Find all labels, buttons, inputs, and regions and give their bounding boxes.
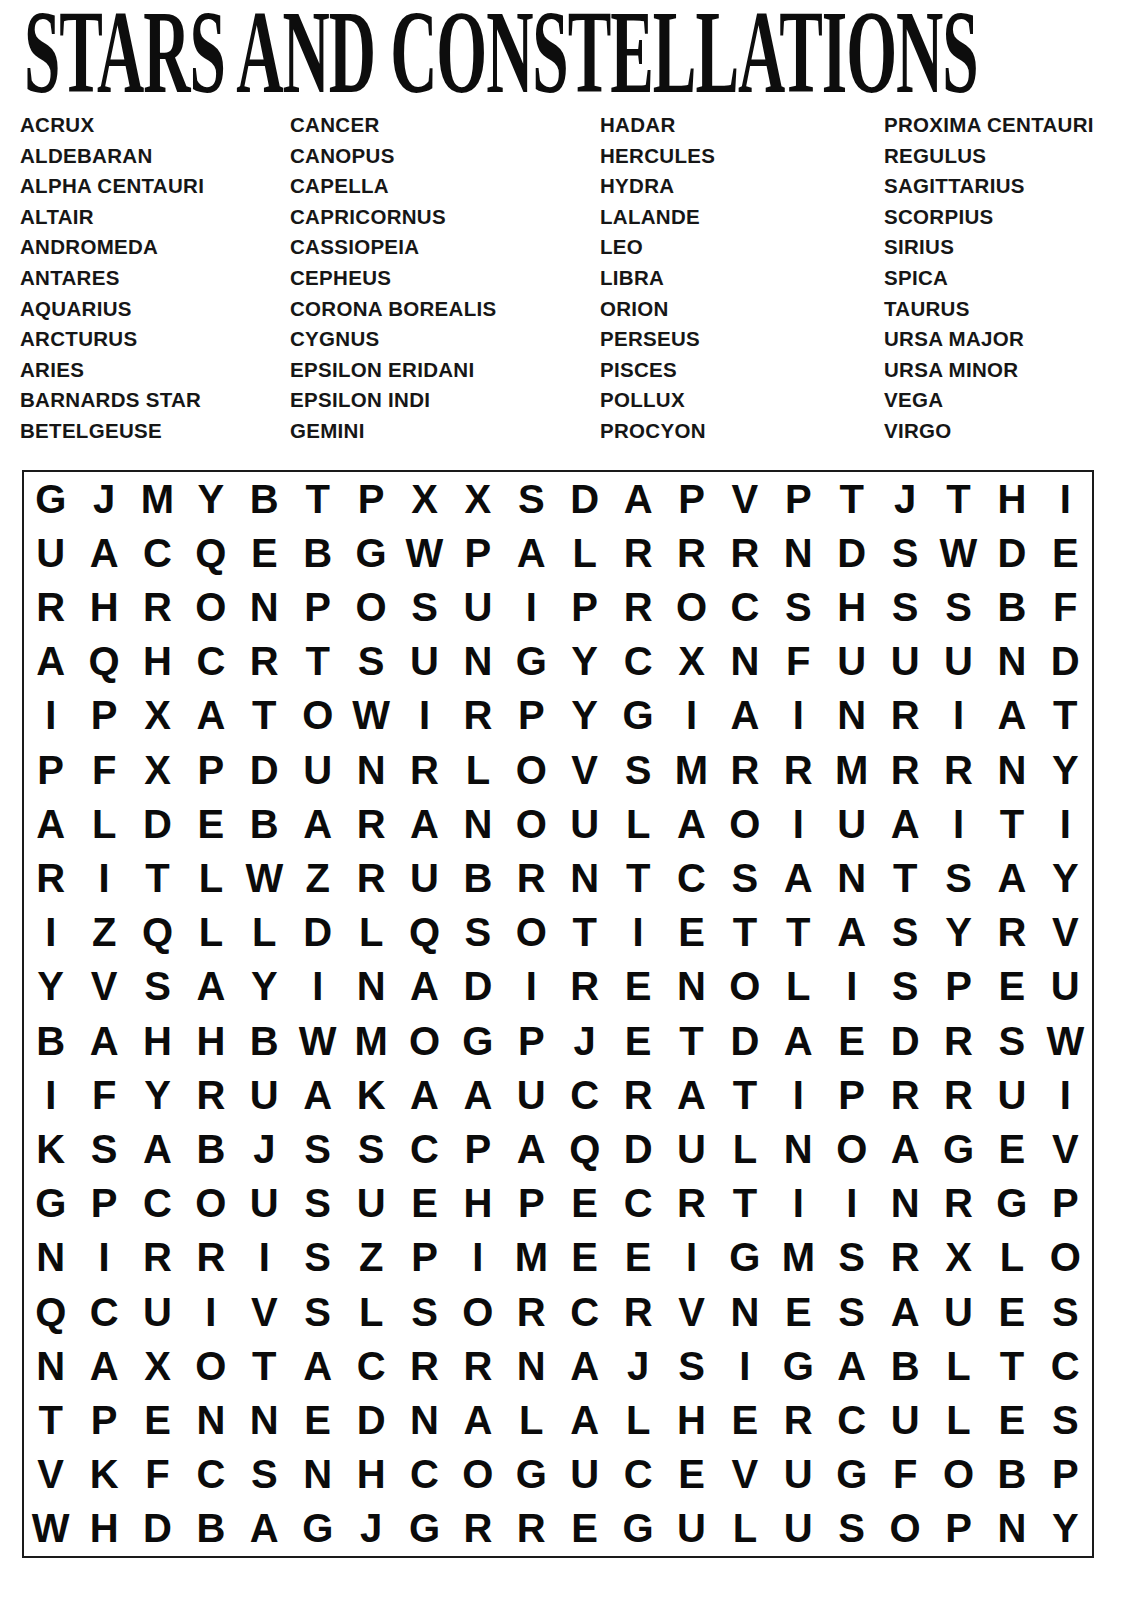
grid-cell[interactable]: N <box>344 743 397 797</box>
grid-cell[interactable]: G <box>718 1231 771 1285</box>
grid-cell[interactable]: V <box>665 1285 718 1339</box>
grid-cell[interactable]: S <box>398 1285 451 1339</box>
grid-cell[interactable]: O <box>451 1448 504 1502</box>
grid-cell[interactable]: G <box>611 1502 664 1556</box>
grid-cell[interactable]: I <box>611 906 664 960</box>
grid-cell[interactable]: U <box>558 797 611 851</box>
grid-cell[interactable]: P <box>77 689 130 743</box>
grid-cell[interactable]: N <box>184 1393 237 1447</box>
grid-cell[interactable]: E <box>558 1231 611 1285</box>
grid-cell[interactable]: T <box>718 1177 771 1231</box>
grid-cell[interactable]: R <box>131 1231 184 1285</box>
grid-cell[interactable]: O <box>398 1014 451 1068</box>
grid-cell[interactable]: S <box>932 851 985 905</box>
grid-cell[interactable]: F <box>878 1448 931 1502</box>
grid-cell[interactable]: U <box>291 743 344 797</box>
grid-cell[interactable]: I <box>1039 797 1092 851</box>
grid-cell[interactable]: X <box>131 743 184 797</box>
grid-cell[interactable]: E <box>1039 526 1092 580</box>
grid-cell[interactable]: R <box>505 851 558 905</box>
grid-cell[interactable]: P <box>451 1122 504 1176</box>
grid-cell[interactable]: C <box>718 580 771 634</box>
grid-cell[interactable]: G <box>24 1177 77 1231</box>
grid-cell[interactable]: U <box>878 1393 931 1447</box>
grid-cell[interactable]: U <box>772 1502 825 1556</box>
grid-cell[interactable]: A <box>291 1068 344 1122</box>
grid-cell[interactable]: T <box>238 1339 291 1393</box>
grid-cell[interactable]: D <box>451 960 504 1014</box>
grid-cell[interactable]: N <box>558 851 611 905</box>
grid-cell[interactable]: A <box>878 797 931 851</box>
grid-cell[interactable]: E <box>985 1285 1038 1339</box>
grid-cell[interactable]: A <box>398 797 451 851</box>
grid-cell[interactable]: R <box>398 1339 451 1393</box>
grid-cell[interactable]: M <box>131 472 184 526</box>
grid-cell[interactable]: F <box>772 635 825 689</box>
grid-cell[interactable]: C <box>558 1068 611 1122</box>
grid-cell[interactable]: Z <box>291 851 344 905</box>
grid-cell[interactable]: Y <box>1039 851 1092 905</box>
grid-cell[interactable]: R <box>985 906 1038 960</box>
grid-cell[interactable]: B <box>878 1339 931 1393</box>
grid-cell[interactable]: J <box>611 1339 664 1393</box>
grid-cell[interactable]: V <box>24 1448 77 1502</box>
grid-cell[interactable]: N <box>24 1231 77 1285</box>
grid-cell[interactable]: A <box>184 689 237 743</box>
grid-cell[interactable]: J <box>344 1502 397 1556</box>
grid-cell[interactable]: I <box>238 1231 291 1285</box>
grid-cell[interactable]: I <box>77 1231 130 1285</box>
grid-cell[interactable]: P <box>344 472 397 526</box>
grid-cell[interactable]: B <box>238 797 291 851</box>
grid-cell[interactable]: B <box>451 851 504 905</box>
grid-cell[interactable]: R <box>932 1014 985 1068</box>
grid-cell[interactable]: S <box>878 526 931 580</box>
grid-cell[interactable]: S <box>77 1122 130 1176</box>
grid-cell[interactable]: Q <box>77 635 130 689</box>
grid-cell[interactable]: S <box>238 1448 291 1502</box>
grid-cell[interactable]: V <box>718 472 771 526</box>
grid-cell[interactable]: I <box>665 689 718 743</box>
grid-cell[interactable]: G <box>825 1448 878 1502</box>
grid-cell[interactable]: D <box>878 1014 931 1068</box>
grid-cell[interactable]: K <box>24 1122 77 1176</box>
grid-cell[interactable]: V <box>718 1448 771 1502</box>
grid-cell[interactable]: H <box>825 580 878 634</box>
grid-cell[interactable]: P <box>825 1068 878 1122</box>
grid-cell[interactable]: O <box>932 1448 985 1502</box>
grid-cell[interactable]: M <box>505 1231 558 1285</box>
grid-cell[interactable]: A <box>825 906 878 960</box>
grid-cell[interactable]: V <box>1039 906 1092 960</box>
grid-cell[interactable]: G <box>772 1339 825 1393</box>
grid-cell[interactable]: R <box>878 1068 931 1122</box>
grid-cell[interactable]: D <box>291 906 344 960</box>
grid-cell[interactable]: N <box>985 635 1038 689</box>
grid-cell[interactable]: S <box>772 580 825 634</box>
grid-cell[interactable]: Y <box>24 960 77 1014</box>
grid-cell[interactable]: P <box>932 1502 985 1556</box>
grid-cell[interactable]: N <box>985 743 1038 797</box>
grid-cell[interactable]: S <box>665 1339 718 1393</box>
grid-cell[interactable]: B <box>985 1448 1038 1502</box>
grid-cell[interactable]: M <box>772 1231 825 1285</box>
grid-cell[interactable]: S <box>344 635 397 689</box>
grid-cell[interactable]: P <box>505 1014 558 1068</box>
grid-cell[interactable]: L <box>558 526 611 580</box>
grid-cell[interactable]: R <box>772 1393 825 1447</box>
grid-cell[interactable]: B <box>985 580 1038 634</box>
grid-cell[interactable]: D <box>131 797 184 851</box>
grid-cell[interactable]: U <box>665 1122 718 1176</box>
grid-cell[interactable]: S <box>131 960 184 1014</box>
grid-cell[interactable]: R <box>611 580 664 634</box>
grid-cell[interactable]: L <box>611 797 664 851</box>
grid-cell[interactable]: A <box>825 1339 878 1393</box>
grid-cell[interactable]: A <box>558 1393 611 1447</box>
grid-cell[interactable]: O <box>1039 1231 1092 1285</box>
grid-cell[interactable]: C <box>825 1393 878 1447</box>
grid-cell[interactable]: P <box>184 743 237 797</box>
grid-cell[interactable]: T <box>665 1014 718 1068</box>
grid-cell[interactable]: Q <box>398 906 451 960</box>
grid-cell[interactable]: I <box>77 851 130 905</box>
grid-cell[interactable]: E <box>611 960 664 1014</box>
grid-cell[interactable]: C <box>398 1122 451 1176</box>
grid-cell[interactable]: R <box>558 960 611 1014</box>
grid-cell[interactable]: R <box>611 526 664 580</box>
grid-cell[interactable]: H <box>985 472 1038 526</box>
grid-cell[interactable]: P <box>451 526 504 580</box>
grid-cell[interactable]: B <box>24 1014 77 1068</box>
grid-cell[interactable]: R <box>451 689 504 743</box>
grid-cell[interactable]: J <box>558 1014 611 1068</box>
grid-cell[interactable]: T <box>291 635 344 689</box>
grid-cell[interactable]: S <box>1039 1393 1092 1447</box>
grid-cell[interactable]: N <box>772 1122 825 1176</box>
grid-cell[interactable]: I <box>665 1231 718 1285</box>
grid-cell[interactable]: E <box>558 1502 611 1556</box>
grid-cell[interactable]: G <box>24 472 77 526</box>
grid-cell[interactable]: I <box>1039 472 1092 526</box>
grid-cell[interactable]: U <box>505 1068 558 1122</box>
grid-cell[interactable]: R <box>131 580 184 634</box>
grid-cell[interactable]: A <box>451 1393 504 1447</box>
grid-cell[interactable]: C <box>611 635 664 689</box>
grid-cell[interactable]: L <box>772 960 825 1014</box>
grid-cell[interactable]: N <box>665 960 718 1014</box>
grid-cell[interactable]: R <box>451 1502 504 1556</box>
grid-cell[interactable]: A <box>985 689 1038 743</box>
grid-cell[interactable]: N <box>825 689 878 743</box>
grid-cell[interactable]: D <box>985 526 1038 580</box>
grid-cell[interactable]: W <box>24 1502 77 1556</box>
grid-cell[interactable]: W <box>238 851 291 905</box>
grid-cell[interactable]: I <box>451 1231 504 1285</box>
grid-cell[interactable]: A <box>184 960 237 1014</box>
grid-cell[interactable]: Y <box>184 472 237 526</box>
grid-cell[interactable]: F <box>131 1448 184 1502</box>
grid-cell[interactable]: R <box>718 743 771 797</box>
grid-cell[interactable]: S <box>291 1285 344 1339</box>
grid-cell[interactable]: X <box>398 472 451 526</box>
grid-cell[interactable]: R <box>611 1068 664 1122</box>
grid-cell[interactable]: O <box>291 689 344 743</box>
grid-cell[interactable]: P <box>932 960 985 1014</box>
grid-cell[interactable]: V <box>558 743 611 797</box>
grid-cell[interactable]: N <box>24 1339 77 1393</box>
grid-cell[interactable]: S <box>878 580 931 634</box>
grid-cell[interactable]: E <box>718 1393 771 1447</box>
grid-cell[interactable]: F <box>77 743 130 797</box>
grid-cell[interactable]: A <box>772 851 825 905</box>
grid-cell[interactable]: F <box>1039 580 1092 634</box>
grid-cell[interactable]: K <box>77 1448 130 1502</box>
grid-cell[interactable]: I <box>932 797 985 851</box>
grid-cell[interactable]: O <box>505 906 558 960</box>
grid-cell[interactable]: E <box>665 906 718 960</box>
grid-cell[interactable]: L <box>238 906 291 960</box>
grid-cell[interactable]: N <box>451 635 504 689</box>
grid-cell[interactable]: S <box>825 1502 878 1556</box>
grid-cell[interactable]: I <box>24 689 77 743</box>
grid-cell[interactable]: Q <box>184 526 237 580</box>
grid-cell[interactable]: N <box>878 1177 931 1231</box>
grid-cell[interactable]: B <box>238 472 291 526</box>
grid-cell[interactable]: S <box>718 851 771 905</box>
grid-cell[interactable]: I <box>24 1068 77 1122</box>
grid-cell[interactable]: Y <box>1039 743 1092 797</box>
grid-cell[interactable]: R <box>932 1177 985 1231</box>
grid-cell[interactable]: O <box>184 580 237 634</box>
grid-cell[interactable]: G <box>344 526 397 580</box>
grid-cell[interactable]: D <box>718 1014 771 1068</box>
grid-cell[interactable]: Q <box>131 906 184 960</box>
grid-cell[interactable]: E <box>985 960 1038 1014</box>
grid-cell[interactable]: U <box>238 1177 291 1231</box>
grid-cell[interactable]: S <box>451 906 504 960</box>
grid-cell[interactable]: S <box>985 1014 1038 1068</box>
grid-cell[interactable]: R <box>184 1068 237 1122</box>
grid-cell[interactable]: A <box>505 1122 558 1176</box>
grid-cell[interactable]: C <box>398 1448 451 1502</box>
grid-cell[interactable]: U <box>665 1502 718 1556</box>
grid-cell[interactable]: A <box>77 1014 130 1068</box>
grid-cell[interactable]: G <box>505 635 558 689</box>
grid-cell[interactable]: N <box>291 1448 344 1502</box>
grid-cell[interactable]: H <box>131 1014 184 1068</box>
grid-cell[interactable]: T <box>985 1339 1038 1393</box>
grid-cell[interactable]: K <box>344 1068 397 1122</box>
grid-cell[interactable]: F <box>77 1068 130 1122</box>
grid-cell[interactable]: U <box>825 797 878 851</box>
grid-cell[interactable]: U <box>24 526 77 580</box>
grid-cell[interactable]: T <box>985 797 1038 851</box>
grid-cell[interactable]: W <box>398 526 451 580</box>
grid-cell[interactable]: M <box>344 1014 397 1068</box>
grid-cell[interactable]: U <box>344 1177 397 1231</box>
grid-cell[interactable]: P <box>398 1231 451 1285</box>
grid-cell[interactable]: T <box>878 851 931 905</box>
grid-cell[interactable]: R <box>24 851 77 905</box>
grid-cell[interactable]: O <box>665 580 718 634</box>
grid-cell[interactable]: S <box>932 580 985 634</box>
grid-cell[interactable]: R <box>238 635 291 689</box>
grid-cell[interactable]: A <box>291 797 344 851</box>
grid-cell[interactable]: T <box>718 1068 771 1122</box>
grid-cell[interactable]: I <box>1039 1068 1092 1122</box>
grid-cell[interactable]: E <box>611 1014 664 1068</box>
grid-cell[interactable]: Q <box>24 1285 77 1339</box>
grid-cell[interactable]: L <box>985 1231 1038 1285</box>
grid-cell[interactable]: R <box>344 851 397 905</box>
grid-cell[interactable]: T <box>558 906 611 960</box>
grid-cell[interactable]: U <box>985 1068 1038 1122</box>
grid-cell[interactable]: L <box>344 1285 397 1339</box>
grid-cell[interactable]: W <box>932 526 985 580</box>
grid-cell[interactable]: N <box>344 960 397 1014</box>
grid-cell[interactable]: Z <box>77 906 130 960</box>
grid-cell[interactable]: C <box>344 1339 397 1393</box>
grid-cell[interactable]: S <box>505 472 558 526</box>
grid-cell[interactable]: C <box>77 1285 130 1339</box>
grid-cell[interactable]: V <box>77 960 130 1014</box>
grid-cell[interactable]: I <box>505 960 558 1014</box>
grid-cell[interactable]: I <box>825 960 878 1014</box>
grid-cell[interactable]: R <box>878 689 931 743</box>
grid-cell[interactable]: T <box>131 851 184 905</box>
grid-cell[interactable]: D <box>611 1122 664 1176</box>
grid-cell[interactable]: U <box>932 1285 985 1339</box>
grid-cell[interactable]: A <box>878 1122 931 1176</box>
grid-cell[interactable]: O <box>344 580 397 634</box>
grid-cell[interactable]: P <box>77 1177 130 1231</box>
grid-cell[interactable]: R <box>184 1231 237 1285</box>
grid-cell[interactable]: H <box>344 1448 397 1502</box>
grid-cell[interactable]: H <box>665 1393 718 1447</box>
grid-cell[interactable]: C <box>665 851 718 905</box>
grid-cell[interactable]: T <box>932 472 985 526</box>
grid-cell[interactable]: A <box>772 1014 825 1068</box>
grid-cell[interactable]: H <box>451 1177 504 1231</box>
grid-cell[interactable]: I <box>184 1285 237 1339</box>
grid-cell[interactable]: S <box>825 1231 878 1285</box>
grid-cell[interactable]: X <box>665 635 718 689</box>
grid-cell[interactable]: H <box>131 635 184 689</box>
grid-cell[interactable]: R <box>772 743 825 797</box>
grid-cell[interactable]: X <box>932 1231 985 1285</box>
grid-cell[interactable]: L <box>184 851 237 905</box>
grid-cell[interactable]: S <box>291 1177 344 1231</box>
grid-cell[interactable]: P <box>1039 1448 1092 1502</box>
grid-cell[interactable]: O <box>505 743 558 797</box>
grid-cell[interactable]: X <box>131 689 184 743</box>
grid-cell[interactable]: R <box>451 1339 504 1393</box>
grid-cell[interactable]: P <box>505 1177 558 1231</box>
grid-cell[interactable]: Y <box>558 635 611 689</box>
grid-cell[interactable]: S <box>878 906 931 960</box>
grid-cell[interactable]: E <box>825 1014 878 1068</box>
grid-cell[interactable]: I <box>398 689 451 743</box>
grid-cell[interactable]: G <box>505 1448 558 1502</box>
grid-cell[interactable]: R <box>878 1231 931 1285</box>
grid-cell[interactable]: L <box>932 1393 985 1447</box>
grid-cell[interactable]: B <box>238 1014 291 1068</box>
grid-cell[interactable]: L <box>932 1339 985 1393</box>
grid-cell[interactable]: B <box>291 526 344 580</box>
grid-cell[interactable]: A <box>451 1068 504 1122</box>
grid-cell[interactable]: T <box>825 472 878 526</box>
grid-cell[interactable]: R <box>718 526 771 580</box>
grid-cell[interactable]: W <box>1039 1014 1092 1068</box>
grid-cell[interactable]: Y <box>238 960 291 1014</box>
grid-cell[interactable]: T <box>1039 689 1092 743</box>
grid-cell[interactable]: C <box>558 1285 611 1339</box>
grid-cell[interactable]: A <box>398 960 451 1014</box>
grid-cell[interactable]: R <box>878 743 931 797</box>
grid-cell[interactable]: T <box>772 906 825 960</box>
grid-cell[interactable]: A <box>505 526 558 580</box>
grid-cell[interactable]: R <box>505 1285 558 1339</box>
grid-cell[interactable]: T <box>24 1393 77 1447</box>
grid-cell[interactable]: S <box>611 743 664 797</box>
grid-cell[interactable]: U <box>558 1448 611 1502</box>
grid-cell[interactable]: N <box>825 851 878 905</box>
grid-cell[interactable]: L <box>718 1502 771 1556</box>
grid-cell[interactable]: E <box>985 1122 1038 1176</box>
grid-cell[interactable]: A <box>77 1339 130 1393</box>
grid-cell[interactable]: A <box>24 635 77 689</box>
grid-cell[interactable]: Y <box>1039 1502 1092 1556</box>
grid-cell[interactable]: G <box>451 1014 504 1068</box>
grid-cell[interactable]: X <box>451 472 504 526</box>
grid-cell[interactable]: T <box>718 906 771 960</box>
grid-cell[interactable]: L <box>611 1393 664 1447</box>
grid-cell[interactable]: C <box>611 1177 664 1231</box>
grid-cell[interactable]: A <box>665 1068 718 1122</box>
grid-cell[interactable]: C <box>611 1448 664 1502</box>
grid-cell[interactable]: B <box>184 1122 237 1176</box>
grid-cell[interactable]: R <box>24 580 77 634</box>
grid-cell[interactable]: A <box>558 1339 611 1393</box>
grid-cell[interactable]: G <box>398 1502 451 1556</box>
grid-cell[interactable]: H <box>184 1014 237 1068</box>
grid-cell[interactable]: U <box>932 635 985 689</box>
grid-cell[interactable]: A <box>24 797 77 851</box>
grid-cell[interactable]: I <box>932 689 985 743</box>
grid-cell[interactable]: N <box>238 1393 291 1447</box>
grid-cell[interactable]: S <box>878 960 931 1014</box>
grid-cell[interactable]: P <box>505 689 558 743</box>
grid-cell[interactable]: E <box>772 1285 825 1339</box>
grid-cell[interactable]: R <box>932 1068 985 1122</box>
grid-cell[interactable]: C <box>131 526 184 580</box>
grid-cell[interactable]: N <box>985 1502 1038 1556</box>
grid-cell[interactable]: O <box>184 1339 237 1393</box>
grid-cell[interactable]: D <box>825 526 878 580</box>
grid-cell[interactable]: R <box>398 743 451 797</box>
grid-cell[interactable]: N <box>718 635 771 689</box>
grid-cell[interactable]: I <box>772 689 825 743</box>
grid-cell[interactable]: O <box>878 1502 931 1556</box>
grid-cell[interactable]: C <box>184 635 237 689</box>
grid-cell[interactable]: L <box>505 1393 558 1447</box>
grid-cell[interactable]: R <box>932 743 985 797</box>
grid-cell[interactable]: I <box>718 1339 771 1393</box>
grid-cell[interactable]: Z <box>344 1231 397 1285</box>
grid-cell[interactable]: H <box>77 1502 130 1556</box>
grid-cell[interactable]: G <box>291 1502 344 1556</box>
